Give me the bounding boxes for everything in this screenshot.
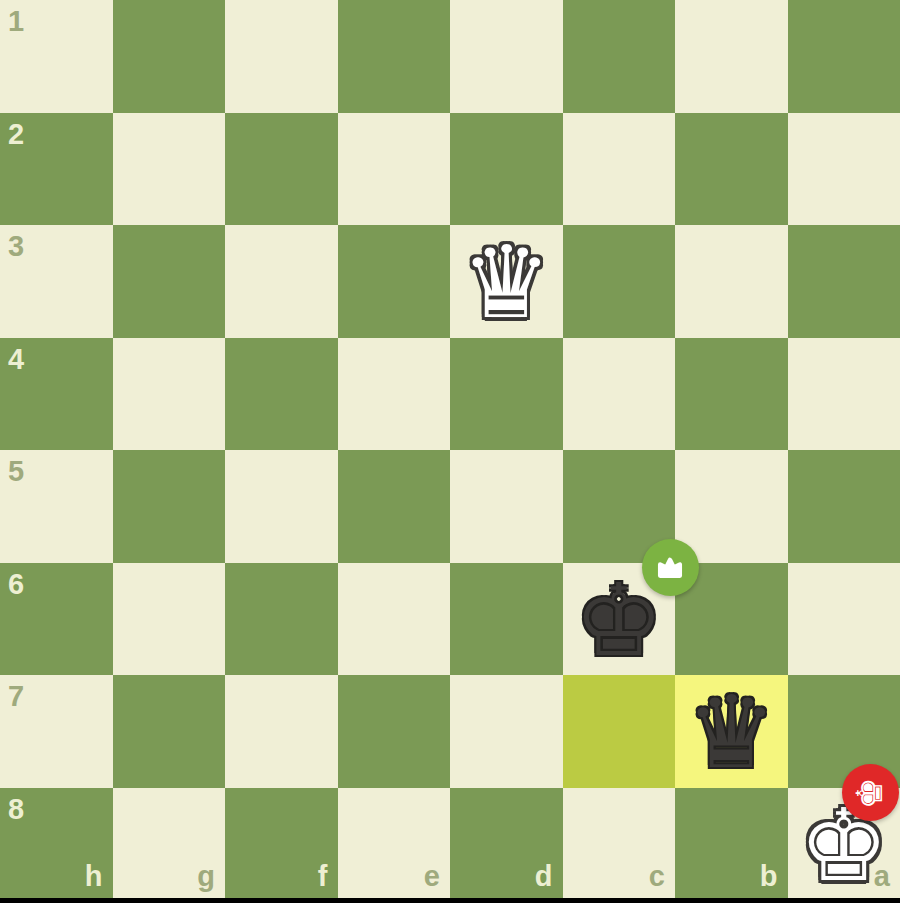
checkmate-badge: ♚ bbox=[842, 764, 899, 821]
square-h5[interactable]: 5 bbox=[0, 450, 113, 563]
bottom-edge-bar bbox=[0, 898, 900, 903]
square-g5[interactable] bbox=[113, 450, 226, 563]
square-h6[interactable]: 6 bbox=[0, 563, 113, 676]
crown-icon bbox=[653, 551, 687, 585]
square-h2[interactable]: 2 bbox=[0, 113, 113, 226]
square-h3[interactable]: 3 bbox=[0, 225, 113, 338]
square-h7[interactable]: 7 bbox=[0, 675, 113, 788]
square-h4[interactable]: 4 bbox=[0, 338, 113, 451]
rank-label-7: 7 bbox=[8, 682, 24, 711]
square-g8[interactable]: g bbox=[113, 788, 226, 901]
rank-label-2: 2 bbox=[8, 120, 24, 149]
square-f6[interactable] bbox=[225, 563, 338, 676]
square-d1[interactable] bbox=[450, 0, 563, 113]
rank-label-8: 8 bbox=[8, 795, 24, 824]
rank-label-5: 5 bbox=[8, 457, 24, 486]
square-f7[interactable] bbox=[225, 675, 338, 788]
rank-label-4: 4 bbox=[8, 345, 24, 374]
square-g6[interactable] bbox=[113, 563, 226, 676]
square-e5[interactable] bbox=[338, 450, 451, 563]
square-e3[interactable] bbox=[338, 225, 451, 338]
square-d5[interactable] bbox=[450, 450, 563, 563]
square-g1[interactable] bbox=[113, 0, 226, 113]
square-f2[interactable] bbox=[225, 113, 338, 226]
square-a1[interactable] bbox=[788, 0, 900, 113]
square-d4[interactable] bbox=[450, 338, 563, 451]
rank-label-6: 6 bbox=[8, 570, 24, 599]
square-e2[interactable] bbox=[338, 113, 451, 226]
square-d7[interactable] bbox=[450, 675, 563, 788]
square-a6[interactable] bbox=[788, 563, 900, 676]
square-g7[interactable] bbox=[113, 675, 226, 788]
square-a5[interactable] bbox=[788, 450, 900, 563]
rank-label-1: 1 bbox=[8, 7, 24, 36]
square-a3[interactable] bbox=[788, 225, 900, 338]
square-c3[interactable] bbox=[563, 225, 676, 338]
square-a4[interactable] bbox=[788, 338, 900, 451]
square-f1[interactable] bbox=[225, 0, 338, 113]
square-g2[interactable] bbox=[113, 113, 226, 226]
square-f4[interactable] bbox=[225, 338, 338, 451]
file-label-c: c bbox=[649, 862, 665, 891]
square-h1[interactable]: 1 bbox=[0, 0, 113, 113]
file-label-e: e bbox=[424, 862, 440, 891]
winner-crown-badge bbox=[642, 539, 699, 596]
file-label-b: b bbox=[760, 862, 778, 891]
square-b1[interactable] bbox=[675, 0, 788, 113]
square-g3[interactable] bbox=[113, 225, 226, 338]
fallen-king-icon: ♚ bbox=[852, 776, 888, 808]
square-e1[interactable] bbox=[338, 0, 451, 113]
square-b8[interactable]: b bbox=[675, 788, 788, 901]
square-f8[interactable]: f bbox=[225, 788, 338, 901]
file-label-g: g bbox=[197, 862, 215, 891]
square-e8[interactable]: e bbox=[338, 788, 451, 901]
square-e4[interactable] bbox=[338, 338, 451, 451]
square-b2[interactable] bbox=[675, 113, 788, 226]
square-d2[interactable] bbox=[450, 113, 563, 226]
square-g4[interactable] bbox=[113, 338, 226, 451]
square-b4[interactable] bbox=[675, 338, 788, 451]
chess-board: 12345678hgfedcba♚♛♚♛♚ bbox=[0, 0, 900, 900]
piece-white-queen-d3[interactable]: ♛ bbox=[450, 225, 563, 338]
square-h8[interactable]: 8h bbox=[0, 788, 113, 901]
square-c1[interactable] bbox=[563, 0, 676, 113]
chess-app-page: 12345678hgfedcba♚♛♚♛♚ bbox=[0, 0, 900, 903]
square-c4[interactable] bbox=[563, 338, 676, 451]
square-c8[interactable]: c bbox=[563, 788, 676, 901]
square-b3[interactable] bbox=[675, 225, 788, 338]
file-label-d: d bbox=[535, 862, 553, 891]
square-c2[interactable] bbox=[563, 113, 676, 226]
square-c7[interactable] bbox=[563, 675, 676, 788]
square-d8[interactable]: d bbox=[450, 788, 563, 901]
square-b5[interactable] bbox=[675, 450, 788, 563]
file-label-h: h bbox=[85, 862, 103, 891]
square-f3[interactable] bbox=[225, 225, 338, 338]
square-d6[interactable] bbox=[450, 563, 563, 676]
square-a2[interactable] bbox=[788, 113, 900, 226]
square-f5[interactable] bbox=[225, 450, 338, 563]
rank-label-3: 3 bbox=[8, 232, 24, 261]
square-e6[interactable] bbox=[338, 563, 451, 676]
square-e7[interactable] bbox=[338, 675, 451, 788]
piece-black-queen-b7[interactable]: ♛ bbox=[675, 675, 788, 788]
file-label-f: f bbox=[318, 862, 328, 891]
